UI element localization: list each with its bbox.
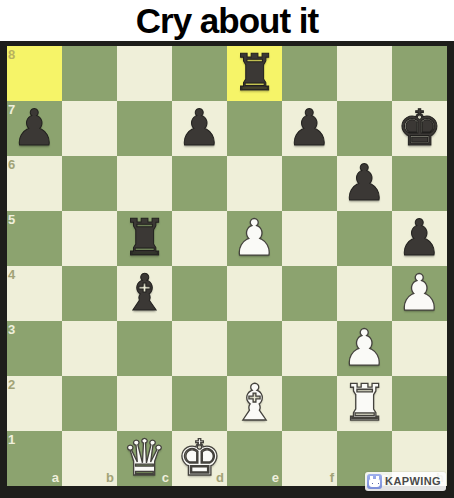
square-d6[interactable] <box>172 156 227 211</box>
rank-label-8: 8 <box>8 48 15 61</box>
black-rook-e8[interactable]: ♜ <box>227 46 282 101</box>
square-b6[interactable] <box>62 156 117 211</box>
square-e5[interactable]: ♟ <box>227 211 282 266</box>
black-pawn-a7[interactable]: ♟ <box>7 101 62 156</box>
square-e3[interactable] <box>227 321 282 376</box>
square-d4[interactable] <box>172 266 227 321</box>
title-bar: Cry about it <box>0 0 454 41</box>
black-pawn-g6[interactable]: ♟ <box>337 156 392 211</box>
rank-label-2: 2 <box>8 378 15 391</box>
square-b8[interactable] <box>62 46 117 101</box>
black-rook-c5[interactable]: ♜ <box>117 211 172 266</box>
square-c5[interactable]: ♜ <box>117 211 172 266</box>
square-e7[interactable] <box>227 101 282 156</box>
square-c3[interactable] <box>117 321 172 376</box>
square-e4[interactable] <box>227 266 282 321</box>
square-h4[interactable]: ♟ <box>392 266 447 321</box>
square-d1[interactable]: d♚ <box>172 431 227 486</box>
square-f5[interactable] <box>282 211 337 266</box>
page-title: Cry about it <box>136 0 318 41</box>
square-b2[interactable] <box>62 376 117 431</box>
white-bishop-e2[interactable]: ♝ <box>227 376 282 431</box>
white-pawn-e5[interactable]: ♟ <box>227 211 282 266</box>
black-pawn-d7[interactable]: ♟ <box>172 101 227 156</box>
square-b7[interactable] <box>62 101 117 156</box>
square-f6[interactable] <box>282 156 337 211</box>
square-a4[interactable]: 4 <box>7 266 62 321</box>
file-label-e: e <box>272 471 279 484</box>
kapwing-cat-icon <box>367 474 382 489</box>
square-h7[interactable]: ♚ <box>392 101 447 156</box>
kapwing-watermark-label: KAPWING <box>385 474 441 489</box>
square-g6[interactable]: ♟ <box>337 156 392 211</box>
square-a1[interactable]: 1a <box>7 431 62 486</box>
square-f4[interactable] <box>282 266 337 321</box>
square-d3[interactable] <box>172 321 227 376</box>
square-f2[interactable] <box>282 376 337 431</box>
square-h6[interactable] <box>392 156 447 211</box>
white-pawn-g3[interactable]: ♟ <box>337 321 392 376</box>
square-g7[interactable] <box>337 101 392 156</box>
square-g4[interactable] <box>337 266 392 321</box>
square-c7[interactable] <box>117 101 172 156</box>
square-d8[interactable] <box>172 46 227 101</box>
chess-board-frame: 8♜7♟♟♟♚6♟5♜♟♟4♝♟3♟2♝♜1abc♛d♚efgh KAPWING <box>0 41 454 498</box>
square-h5[interactable]: ♟ <box>392 211 447 266</box>
square-b1[interactable]: b <box>62 431 117 486</box>
square-g8[interactable] <box>337 46 392 101</box>
white-rook-g2[interactable]: ♜ <box>337 376 392 431</box>
square-e8[interactable]: ♜ <box>227 46 282 101</box>
square-h3[interactable] <box>392 321 447 376</box>
square-c4[interactable]: ♝ <box>117 266 172 321</box>
square-f8[interactable] <box>282 46 337 101</box>
black-bishop-c4[interactable]: ♝ <box>117 266 172 321</box>
square-b4[interactable] <box>62 266 117 321</box>
square-h2[interactable] <box>392 376 447 431</box>
square-g5[interactable] <box>337 211 392 266</box>
square-h8[interactable] <box>392 46 447 101</box>
chess-board: 8♜7♟♟♟♚6♟5♜♟♟4♝♟3♟2♝♜1abc♛d♚efgh <box>7 46 447 486</box>
square-b5[interactable] <box>62 211 117 266</box>
square-c1[interactable]: c♛ <box>117 431 172 486</box>
rank-label-5: 5 <box>8 213 15 226</box>
file-label-a: a <box>52 471 59 484</box>
black-king-h7[interactable]: ♚ <box>392 101 447 156</box>
square-c2[interactable] <box>117 376 172 431</box>
square-d7[interactable]: ♟ <box>172 101 227 156</box>
file-label-f: f <box>330 471 334 484</box>
square-f1[interactable]: f <box>282 431 337 486</box>
white-pawn-h4[interactable]: ♟ <box>392 266 447 321</box>
file-label-b: b <box>106 471 114 484</box>
square-f3[interactable] <box>282 321 337 376</box>
kapwing-watermark[interactable]: KAPWING <box>365 472 446 491</box>
square-g2[interactable]: ♜ <box>337 376 392 431</box>
square-e1[interactable]: e <box>227 431 282 486</box>
square-c6[interactable] <box>117 156 172 211</box>
square-e6[interactable] <box>227 156 282 211</box>
square-a7[interactable]: 7♟ <box>7 101 62 156</box>
rank-label-4: 4 <box>8 268 15 281</box>
square-a2[interactable]: 2 <box>7 376 62 431</box>
rank-label-3: 3 <box>8 323 15 336</box>
square-a6[interactable]: 6 <box>7 156 62 211</box>
square-e2[interactable]: ♝ <box>227 376 282 431</box>
white-queen-c1[interactable]: ♛ <box>117 431 172 486</box>
black-pawn-f7[interactable]: ♟ <box>282 101 337 156</box>
rank-label-6: 6 <box>8 158 15 171</box>
black-pawn-h5[interactable]: ♟ <box>392 211 447 266</box>
square-g3[interactable]: ♟ <box>337 321 392 376</box>
square-c8[interactable] <box>117 46 172 101</box>
square-a3[interactable]: 3 <box>7 321 62 376</box>
white-king-d1[interactable]: ♚ <box>172 431 227 486</box>
square-b3[interactable] <box>62 321 117 376</box>
square-a8[interactable]: 8 <box>7 46 62 101</box>
square-a5[interactable]: 5 <box>7 211 62 266</box>
square-f7[interactable]: ♟ <box>282 101 337 156</box>
rank-label-1: 1 <box>8 433 15 446</box>
square-d5[interactable] <box>172 211 227 266</box>
square-d2[interactable] <box>172 376 227 431</box>
